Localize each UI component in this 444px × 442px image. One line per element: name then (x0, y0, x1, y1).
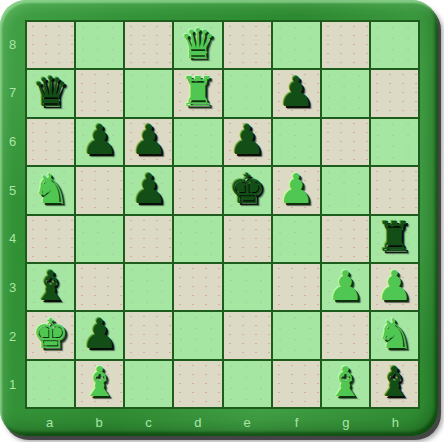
file-label-a: a (25, 411, 74, 433)
file-label-d: d (173, 411, 222, 433)
file-labels: abcdefgh (25, 411, 420, 433)
piece-black-pawn[interactable]: ♟ (81, 120, 118, 161)
rank-label-6: 6 (0, 117, 25, 166)
board-frame: 87654321 ♛♛♜♟♟♟♟♞♟♚♟♜♝♟♟♚♟♞♝♝♝ abcdefgh (0, 0, 438, 436)
rank-label-4: 4 (0, 215, 25, 264)
piece-black-pawn[interactable]: ♟ (130, 169, 167, 210)
square-b1[interactable]: ♝ (76, 361, 123, 407)
square-a7[interactable]: ♛ (27, 70, 74, 116)
square-a6[interactable] (27, 119, 74, 165)
square-h3[interactable]: ♟ (371, 264, 418, 310)
file-label-h: h (371, 411, 420, 433)
piece-black-pawn[interactable]: ♟ (81, 314, 118, 355)
piece-white-pawn[interactable]: ♟ (376, 266, 413, 307)
file-label-c: c (124, 411, 173, 433)
square-h2[interactable]: ♞ (371, 312, 418, 358)
square-b5[interactable] (76, 167, 123, 213)
square-g8[interactable] (322, 22, 369, 68)
chess-board: ♛♛♜♟♟♟♟♞♟♚♟♜♝♟♟♚♟♞♝♝♝ (25, 20, 420, 409)
square-a2[interactable]: ♚ (27, 312, 74, 358)
square-g3[interactable]: ♟ (322, 264, 369, 310)
file-label-e: e (223, 411, 272, 433)
rank-label-1: 1 (0, 360, 25, 409)
square-g4[interactable] (322, 216, 369, 262)
square-e5[interactable]: ♚ (224, 167, 271, 213)
piece-black-pawn[interactable]: ♟ (278, 72, 315, 113)
piece-black-king[interactable]: ♚ (229, 169, 266, 210)
piece-black-queen[interactable]: ♛ (32, 72, 69, 113)
square-b3[interactable] (76, 264, 123, 310)
square-c4[interactable] (125, 216, 172, 262)
rank-label-8: 8 (0, 20, 25, 69)
square-g1[interactable]: ♝ (322, 361, 369, 407)
rank-labels: 87654321 (0, 20, 25, 409)
square-f7[interactable]: ♟ (273, 70, 320, 116)
square-c1[interactable] (125, 361, 172, 407)
square-c2[interactable] (125, 312, 172, 358)
square-f2[interactable] (273, 312, 320, 358)
piece-white-queen[interactable]: ♛ (180, 24, 217, 65)
square-d4[interactable] (174, 216, 221, 262)
square-b2[interactable]: ♟ (76, 312, 123, 358)
square-h1[interactable]: ♝ (371, 361, 418, 407)
square-a4[interactable] (27, 216, 74, 262)
square-e4[interactable] (224, 216, 271, 262)
square-f3[interactable] (273, 264, 320, 310)
square-d6[interactable] (174, 119, 221, 165)
square-d3[interactable] (174, 264, 221, 310)
piece-white-knight[interactable]: ♞ (376, 314, 413, 355)
piece-black-bishop[interactable]: ♝ (376, 362, 413, 403)
piece-white-bishop[interactable]: ♝ (81, 362, 118, 403)
file-label-f: f (272, 411, 321, 433)
square-g7[interactable] (322, 70, 369, 116)
square-f6[interactable] (273, 119, 320, 165)
square-d5[interactable] (174, 167, 221, 213)
square-e3[interactable] (224, 264, 271, 310)
square-a8[interactable] (27, 22, 74, 68)
piece-white-pawn[interactable]: ♟ (327, 266, 364, 307)
square-a5[interactable]: ♞ (27, 167, 74, 213)
square-d7[interactable]: ♜ (174, 70, 221, 116)
square-c8[interactable] (125, 22, 172, 68)
square-f8[interactable] (273, 22, 320, 68)
square-b7[interactable] (76, 70, 123, 116)
square-d1[interactable] (174, 361, 221, 407)
square-d2[interactable] (174, 312, 221, 358)
rank-label-7: 7 (0, 69, 25, 118)
square-f4[interactable] (273, 216, 320, 262)
piece-black-bishop[interactable]: ♝ (32, 266, 69, 307)
square-c5[interactable]: ♟ (125, 167, 172, 213)
square-e8[interactable] (224, 22, 271, 68)
square-b6[interactable]: ♟ (76, 119, 123, 165)
file-label-g: g (321, 411, 370, 433)
square-g2[interactable] (322, 312, 369, 358)
square-a3[interactable]: ♝ (27, 264, 74, 310)
square-h7[interactable] (371, 70, 418, 116)
square-h8[interactable] (371, 22, 418, 68)
piece-white-bishop[interactable]: ♝ (327, 362, 364, 403)
square-h6[interactable] (371, 119, 418, 165)
piece-white-rook[interactable]: ♜ (180, 72, 217, 113)
piece-black-pawn[interactable]: ♟ (229, 120, 266, 161)
square-b8[interactable] (76, 22, 123, 68)
rank-label-2: 2 (0, 312, 25, 361)
piece-black-rook[interactable]: ♜ (376, 217, 413, 258)
square-g6[interactable] (322, 119, 369, 165)
square-c6[interactable]: ♟ (125, 119, 172, 165)
square-h4[interactable]: ♜ (371, 216, 418, 262)
square-f5[interactable]: ♟ (273, 167, 320, 213)
square-d8[interactable]: ♛ (174, 22, 221, 68)
square-c3[interactable] (125, 264, 172, 310)
square-c7[interactable] (125, 70, 172, 116)
file-label-b: b (74, 411, 123, 433)
square-e2[interactable] (224, 312, 271, 358)
rank-label-3: 3 (0, 263, 25, 312)
square-e7[interactable] (224, 70, 271, 116)
square-b4[interactable] (76, 216, 123, 262)
square-e1[interactable] (224, 361, 271, 407)
square-g5[interactable] (322, 167, 369, 213)
piece-white-king[interactable]: ♚ (32, 314, 69, 355)
square-f1[interactable] (273, 361, 320, 407)
square-h5[interactable] (371, 167, 418, 213)
piece-white-knight[interactable]: ♞ (32, 169, 69, 210)
piece-white-pawn[interactable]: ♟ (278, 169, 315, 210)
piece-black-pawn[interactable]: ♟ (130, 120, 167, 161)
square-e6[interactable]: ♟ (224, 119, 271, 165)
rank-label-5: 5 (0, 166, 25, 215)
square-a1[interactable] (27, 361, 74, 407)
